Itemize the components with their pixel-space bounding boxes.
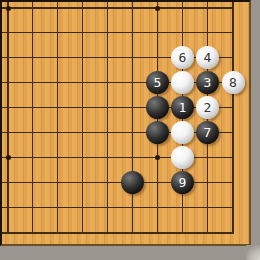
stone-black-move-9[interactable]: 9	[171, 171, 194, 194]
stone-move-number: 9	[179, 176, 187, 189]
grid-line-vertical-1	[7, 2, 9, 234]
grid-line-horizontal-2	[2, 32, 234, 33]
stone-move-number: 1	[179, 101, 187, 114]
stone-white[interactable]	[171, 71, 194, 94]
stone-move-number: 5	[154, 76, 162, 89]
board-layer: 645381279	[0, 0, 260, 260]
stone-black[interactable]	[146, 96, 169, 119]
stone-move-number: 8	[229, 76, 237, 89]
stone-white-move-4[interactable]: 4	[196, 46, 219, 69]
board-shadow-corner-highlight	[246, 245, 260, 260]
grid-line-vertical-3	[57, 2, 58, 234]
stone-black-move-7[interactable]: 7	[196, 121, 219, 144]
stone-black[interactable]	[121, 171, 144, 194]
grid-line-horizontal-9	[2, 207, 234, 208]
stone-white-move-8[interactable]: 8	[222, 71, 245, 94]
stone-black-move-1[interactable]: 1	[171, 96, 194, 119]
star-point	[6, 6, 11, 11]
stone-black[interactable]	[146, 121, 169, 144]
stone-black-move-3[interactable]: 3	[196, 71, 219, 94]
go-problem-image: 645381279	[0, 0, 260, 260]
grid-line-vertical-10	[232, 2, 234, 234]
star-point	[155, 155, 160, 160]
stone-move-number: 7	[204, 126, 212, 139]
grid-line-horizontal-1	[2, 7, 234, 9]
stone-move-number: 6	[179, 51, 187, 64]
stone-move-number: 4	[204, 51, 212, 64]
grid-line-horizontal-7	[2, 157, 234, 158]
grid-line-horizontal-8	[2, 182, 234, 183]
stone-black-move-5[interactable]: 5	[146, 71, 169, 94]
stone-move-number: 2	[204, 101, 212, 114]
grid-line-vertical-6	[132, 2, 133, 234]
grid-line-vertical-2	[32, 2, 33, 234]
stone-white[interactable]	[171, 146, 194, 169]
star-point	[6, 155, 11, 160]
star-point	[155, 6, 160, 11]
grid-line-horizontal-10	[2, 232, 234, 234]
stone-move-number: 3	[204, 76, 212, 89]
stone-white-move-2[interactable]: 2	[196, 96, 219, 119]
grid-line-vertical-5	[107, 2, 108, 234]
stone-white[interactable]	[171, 121, 194, 144]
stone-white-move-6[interactable]: 6	[171, 46, 194, 69]
grid-line-vertical-4	[82, 2, 83, 234]
